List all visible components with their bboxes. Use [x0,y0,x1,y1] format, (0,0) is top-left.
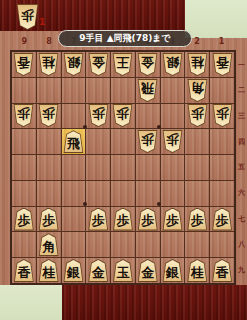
piece-glyph: 歩 [141,211,154,227]
piece-glyph: 歩 [21,9,34,25]
piece-face: 歩 [188,209,207,230]
piece-glyph: 歩 [191,211,204,227]
piece-face: 歩 [188,105,207,126]
rank-label-9: 九 [236,257,247,283]
piece-glyph: 王 [116,56,129,72]
piece-glyph: 歩 [42,211,55,227]
gote-piece-飛[interactable]: 飛 [137,79,158,102]
hoshi-dot [83,125,87,129]
gote-piece-香[interactable]: 香 [13,53,34,76]
square-6-4[interactable] [86,129,110,154]
gote-piece-銀[interactable]: 銀 [162,53,183,76]
square-9-3[interactable]: 歩 [12,104,36,129]
piece-glyph: 歩 [216,211,229,227]
sente-piece-歩[interactable]: 歩 [112,208,133,231]
square-3-8[interactable] [161,232,185,257]
square-2-5[interactable] [185,155,209,180]
square-1-8[interactable] [210,232,234,257]
gote-hand-entry: 歩1 [16,4,45,30]
piece-glyph: 桂 [42,56,55,72]
gote-piece-金[interactable]: 金 [88,53,109,76]
piece-face: 歩 [163,131,182,152]
piece-face: 歩 [163,209,182,230]
piece-face: 桂 [39,54,58,75]
square-6-5[interactable] [86,155,110,180]
square-1-9[interactable]: 香 [210,258,234,283]
hoshi-dot [157,202,161,206]
piece-face: 金 [89,260,108,281]
piece-glyph: 金 [92,263,105,279]
square-9-8[interactable] [12,232,36,257]
sente-piece-桂[interactable]: 桂 [38,259,59,282]
piece-glyph: 金 [92,56,105,72]
gote-piece-王[interactable]: 王 [112,53,133,76]
gote-piece-金[interactable]: 金 [137,53,158,76]
square-7-3[interactable] [62,104,86,129]
square-1-7[interactable]: 歩 [210,207,234,232]
sente-piece-角[interactable]: 角 [38,233,59,256]
piece-glyph: 金 [141,56,154,72]
square-5-1[interactable]: 王 [111,52,135,77]
square-9-1[interactable]: 香 [12,52,36,77]
square-5-8[interactable] [111,232,135,257]
piece-face: 歩 [213,209,232,230]
piece-glyph: 歩 [92,108,105,124]
piece-face: 歩 [113,209,132,230]
sente-piece-飛[interactable]: 飛 [63,130,84,153]
piece-glyph: 歩 [116,211,129,227]
gote-piece-歩[interactable]: 歩 [16,4,39,30]
gote-piece-歩[interactable]: 歩 [187,104,208,127]
square-4-6[interactable] [136,181,160,206]
square-9-4[interactable] [12,129,36,154]
square-4-4[interactable]: 歩 [136,129,160,154]
square-9-7[interactable]: 歩 [12,207,36,232]
sente-piece-歩[interactable]: 歩 [162,208,183,231]
piece-face: 香 [14,260,33,281]
gote-piece-桂[interactable]: 桂 [187,53,208,76]
square-7-5[interactable] [62,155,86,180]
square-3-3[interactable] [161,104,185,129]
piece-glyph: 香 [17,56,30,72]
piece-glyph: 銀 [166,56,179,72]
square-5-5[interactable] [111,155,135,180]
piece-face: 金 [138,260,157,281]
gote-piece-歩[interactable]: 歩 [212,104,233,127]
sente-piece-銀[interactable]: 銀 [63,259,84,282]
square-7-4[interactable]: 飛 [62,129,86,154]
square-2-9[interactable]: 桂 [185,258,209,283]
square-7-9[interactable]: 銀 [62,258,86,283]
sente-captured-tray: 歩1 [62,285,247,320]
gote-piece-歩[interactable]: 歩 [38,104,59,127]
square-1-5[interactable] [210,155,234,180]
square-1-1[interactable]: 香 [210,52,234,77]
piece-glyph: 角 [42,237,55,253]
sente-piece-香[interactable]: 香 [13,259,34,282]
square-4-7[interactable]: 歩 [136,207,160,232]
gote-hand-count: 1 [39,18,45,30]
sente-piece-金[interactable]: 金 [137,259,158,282]
gote-piece-歩[interactable]: 歩 [137,130,158,153]
rank-labels: 一二三四五六七八九 [236,52,247,283]
piece-face: 桂 [188,54,207,75]
gote-piece-香[interactable]: 香 [212,53,233,76]
piece-glyph: 飛 [67,134,80,150]
square-4-8[interactable] [136,232,160,257]
piece-face: 銀 [163,260,182,281]
file-label-1: 1 [209,37,234,49]
piece-glyph: 角 [191,82,204,98]
square-6-1[interactable]: 金 [86,52,110,77]
square-8-8[interactable]: 角 [37,232,61,257]
square-8-1[interactable]: 桂 [37,52,61,77]
piece-face: 歩 [89,209,108,230]
gote-captured-tray: 歩1 [0,0,185,31]
top-right-panel [185,0,247,38]
square-4-3[interactable] [136,104,160,129]
square-7-6[interactable] [62,181,86,206]
piece-face: 歩 [39,209,58,230]
rank-label-2: 二 [236,78,247,104]
hoshi-dot [83,202,87,206]
square-3-4[interactable]: 歩 [161,129,185,154]
rank-label-5: 五 [236,155,247,181]
square-4-1[interactable]: 金 [136,52,160,77]
piece-face: 銀 [163,54,182,75]
square-2-8[interactable] [185,232,209,257]
square-5-3[interactable]: 歩 [111,104,135,129]
piece-face: 歩 [89,105,108,126]
square-2-4[interactable] [185,129,209,154]
piece-face: 玉 [113,260,132,281]
piece-face: 飛 [64,131,83,152]
square-8-7[interactable]: 歩 [37,207,61,232]
gote-piece-銀[interactable]: 銀 [63,53,84,76]
gote-piece-歩[interactable]: 歩 [112,104,133,127]
square-8-9[interactable]: 桂 [37,258,61,283]
piece-glyph: 銀 [166,263,179,279]
square-5-4[interactable] [111,129,135,154]
piece-face: 金 [89,54,108,75]
square-2-3[interactable]: 歩 [185,104,209,129]
piece-glyph: 歩 [42,108,55,124]
bottom-left-panel [0,285,62,320]
square-7-7[interactable] [62,207,86,232]
piece-face: 銀 [64,260,83,281]
piece-glyph: 銀 [67,263,80,279]
square-1-2[interactable] [210,78,234,103]
piece-glyph: 桂 [191,56,204,72]
square-7-8[interactable] [62,232,86,257]
piece-glyph: 歩 [166,134,179,150]
piece-glyph: 飛 [141,82,154,98]
sente-piece-歩[interactable]: 歩 [38,208,59,231]
square-2-6[interactable] [185,181,209,206]
piece-face: 香 [213,54,232,75]
square-5-9[interactable]: 玉 [111,258,135,283]
square-5-7[interactable]: 歩 [111,207,135,232]
rank-label-8: 八 [236,232,247,258]
square-2-7[interactable]: 歩 [185,207,209,232]
gote-piece-桂[interactable]: 桂 [38,53,59,76]
piece-face: 銀 [64,54,83,75]
square-8-2[interactable] [37,78,61,103]
piece-face: 金 [138,54,157,75]
gote-piece-歩[interactable]: 歩 [88,104,109,127]
piece-face: 歩 [213,105,232,126]
piece-face: 王 [113,54,132,75]
square-3-9[interactable]: 銀 [161,258,185,283]
square-4-2[interactable]: 飛 [136,78,160,103]
piece-glyph: 香 [216,56,229,72]
square-6-6[interactable] [86,181,110,206]
square-6-3[interactable]: 歩 [86,104,110,129]
square-9-5[interactable] [12,155,36,180]
shogi-app: 歩1 歩1 9手目 ▲同飛(78)まで 987654321 一二三四五六七八九 … [0,0,247,320]
square-8-4[interactable] [37,129,61,154]
piece-face: 飛 [138,80,157,101]
square-1-4[interactable] [210,129,234,154]
sente-piece-歩[interactable]: 歩 [187,208,208,231]
square-3-1[interactable]: 銀 [161,52,185,77]
sente-piece-歩[interactable]: 歩 [88,208,109,231]
gote-piece-歩[interactable]: 歩 [162,130,183,153]
square-4-5[interactable] [136,155,160,180]
piece-glyph: 歩 [17,211,30,227]
square-8-3[interactable]: 歩 [37,104,61,129]
piece-glyph: 歩 [17,108,30,124]
move-indicator: 9手目 ▲同飛(78)まで [58,30,192,47]
piece-face: 桂 [39,260,58,281]
sente-piece-歩[interactable]: 歩 [137,208,158,231]
square-5-2[interactable] [111,78,135,103]
rank-label-7: 七 [236,206,247,232]
shogi-board: 香桂銀金王金銀桂香飛角歩歩歩歩歩歩飛歩歩歩歩歩歩歩歩歩歩角香桂銀金玉金銀桂香 [10,50,236,285]
sente-piece-桂[interactable]: 桂 [187,259,208,282]
piece-face: 歩 [17,5,38,29]
square-1-6[interactable] [210,181,234,206]
rank-label-3: 三 [236,103,247,129]
piece-face: 歩 [138,209,157,230]
square-7-2[interactable] [62,78,86,103]
file-label-9: 9 [12,37,37,49]
square-6-9[interactable]: 金 [86,258,110,283]
piece-face: 香 [14,54,33,75]
square-8-6[interactable] [37,181,61,206]
piece-glyph: 歩 [141,134,154,150]
sente-piece-玉[interactable]: 玉 [112,259,133,282]
piece-glyph: 桂 [42,263,55,279]
piece-glyph: 歩 [216,108,229,124]
piece-glyph: 香 [17,263,30,279]
square-2-2[interactable]: 角 [185,78,209,103]
square-2-1[interactable]: 桂 [185,52,209,77]
piece-face: 歩 [14,209,33,230]
sente-piece-歩[interactable]: 歩 [13,208,34,231]
piece-glyph: 玉 [116,263,129,279]
square-9-9[interactable]: 香 [12,258,36,283]
square-3-5[interactable] [161,155,185,180]
piece-face: 歩 [14,105,33,126]
piece-face: 歩 [113,105,132,126]
square-3-6[interactable] [161,181,185,206]
rank-label-4: 四 [236,129,247,155]
square-6-8[interactable] [86,232,110,257]
square-1-3[interactable]: 歩 [210,104,234,129]
piece-glyph: 歩 [191,108,204,124]
square-6-2[interactable] [86,78,110,103]
sente-piece-銀[interactable]: 銀 [162,259,183,282]
piece-glyph: 歩 [116,108,129,124]
square-5-6[interactable] [111,181,135,206]
piece-face: 桂 [188,260,207,281]
square-9-6[interactable] [12,181,36,206]
piece-glyph: 桂 [191,263,204,279]
gote-piece-歩[interactable]: 歩 [13,104,34,127]
hoshi-dot [157,125,161,129]
piece-face: 香 [213,260,232,281]
square-9-2[interactable] [12,78,36,103]
square-3-7[interactable]: 歩 [161,207,185,232]
piece-glyph: 銀 [67,56,80,72]
piece-face: 角 [39,234,58,255]
piece-glyph: 香 [216,263,229,279]
piece-glyph: 歩 [166,211,179,227]
square-6-7[interactable]: 歩 [86,207,110,232]
square-7-1[interactable]: 銀 [62,52,86,77]
rank-label-6: 六 [236,180,247,206]
piece-face: 角 [188,80,207,101]
sente-piece-歩[interactable]: 歩 [212,208,233,231]
square-8-5[interactable] [37,155,61,180]
piece-face: 歩 [39,105,58,126]
square-4-9[interactable]: 金 [136,258,160,283]
sente-piece-金[interactable]: 金 [88,259,109,282]
rank-label-1: 一 [236,52,247,78]
piece-glyph: 歩 [92,211,105,227]
square-3-2[interactable] [161,78,185,103]
gote-piece-角[interactable]: 角 [187,79,208,102]
piece-face: 歩 [138,131,157,152]
sente-piece-香[interactable]: 香 [212,259,233,282]
piece-glyph: 金 [141,263,154,279]
